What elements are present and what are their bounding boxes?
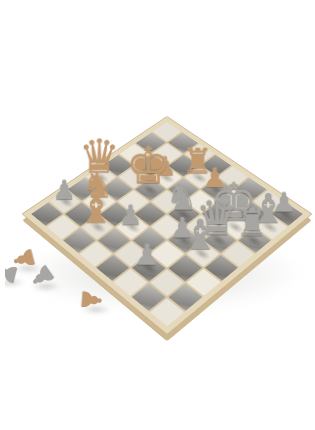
board-square xyxy=(79,241,112,266)
board-scene: ♛♞♝♚♟♜♟♟♟♟♟♝♞♛♚♜♝♟ xyxy=(5,0,315,430)
captured-piece-wood-pawn: ♟ xyxy=(78,287,106,312)
board-square xyxy=(187,269,221,296)
board-square xyxy=(132,283,166,310)
chess-set-product-photo: ♛♞♝♚♟♜♟♟♟♟♟♝♞♛♚♜♝♟ ♟♟♟♟ xyxy=(5,0,315,430)
board-square xyxy=(169,283,203,310)
board-square xyxy=(150,298,184,326)
board-square xyxy=(63,228,95,253)
board-square xyxy=(114,269,148,296)
silver-pawn-glyph: ♟ xyxy=(115,240,178,268)
